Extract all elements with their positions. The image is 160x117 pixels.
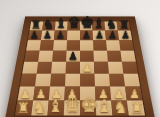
square-b7[interactable]: ♟ [41,31,55,41]
square-e4[interactable]: ♟ [80,62,94,74]
square-d1[interactable]: ♛ [64,101,80,116]
square-d4[interactable] [66,62,80,74]
square-c5[interactable] [52,51,66,62]
square-b6[interactable] [40,40,54,50]
piece-black-pawn[interactable]: ♟ [66,51,80,62]
square-c3[interactable] [50,74,66,87]
piece-white-pawn[interactable]: ♟ [80,63,94,74]
square-b4[interactable] [37,62,52,74]
chess-board: ♜♞♝♛♚♝♞♜♟♟♟♟♟♟♟♟♟♟♟♟♟♟♟♟♜♞♝♛♚♝♞♜ [3,17,157,117]
square-d5[interactable]: ♟ [66,51,80,62]
square-h5[interactable] [120,51,135,62]
piece-white-bishop[interactable]: ♝ [47,98,63,115]
square-d8[interactable]: ♛ [67,22,80,31]
piece-black-queen[interactable]: ♛ [67,15,80,30]
piece-black-pawn[interactable]: ♟ [54,30,67,40]
piece-black-pawn[interactable]: ♟ [80,30,93,40]
square-c4[interactable] [51,62,66,74]
square-h7[interactable]: ♟ [118,31,132,41]
piece-white-knight[interactable]: ♞ [113,99,129,115]
square-g3[interactable] [109,74,125,87]
square-b1[interactable]: ♞ [31,101,49,116]
piece-white-rook[interactable]: ♜ [15,101,31,116]
square-f3[interactable] [94,74,110,87]
square-f7[interactable]: ♟ [93,31,106,41]
piece-white-king[interactable]: ♚ [80,95,96,116]
piece-white-rook[interactable]: ♜ [129,101,145,116]
square-c7[interactable]: ♟ [54,31,67,41]
piece-black-pawn[interactable]: ♟ [93,30,106,40]
photo-backdrop: ♜♞♝♛♚♝♞♜♟♟♟♟♟♟♟♟♟♟♟♟♟♟♟♟♜♞♝♛♚♝♞♜ [0,0,160,117]
square-g5[interactable] [107,51,122,62]
square-c6[interactable] [53,40,67,50]
square-e1[interactable]: ♚ [80,101,96,116]
square-g7[interactable]: ♟ [105,31,119,41]
square-e3[interactable] [80,74,95,87]
square-h6[interactable] [119,40,134,50]
board-frame: ♜♞♝♛♚♝♞♜♟♟♟♟♟♟♟♟♟♟♟♟♟♟♟♟♜♞♝♛♚♝♞♜ [3,17,157,117]
square-g1[interactable]: ♞ [111,101,129,116]
square-b5[interactable] [38,51,53,62]
piece-black-pawn[interactable]: ♟ [28,30,41,40]
square-f1[interactable]: ♝ [96,101,113,116]
square-d7[interactable] [67,31,80,41]
square-g6[interactable] [106,40,120,50]
board-grid: ♜♞♝♛♚♝♞♜♟♟♟♟♟♟♟♟♟♟♟♟♟♟♟♟♜♞♝♛♚♝♞♜ [15,22,145,116]
square-e5[interactable] [80,51,94,62]
square-h3[interactable] [123,74,140,87]
square-h4[interactable] [122,62,138,74]
square-h1[interactable]: ♜ [127,101,145,116]
square-d3[interactable] [65,74,80,87]
piece-black-pawn[interactable]: ♟ [119,30,132,40]
square-f6[interactable] [93,40,107,50]
square-f5[interactable] [93,51,107,62]
piece-black-pawn[interactable]: ♟ [41,30,54,40]
square-f4[interactable] [94,62,109,74]
square-e6[interactable] [80,40,93,50]
piece-white-knight[interactable]: ♞ [31,99,47,115]
piece-white-bishop[interactable]: ♝ [96,98,112,115]
piece-black-pawn[interactable]: ♟ [106,30,119,40]
square-e7[interactable]: ♟ [80,31,93,41]
square-c1[interactable]: ♝ [47,101,64,116]
square-g4[interactable] [108,62,123,74]
piece-white-queen[interactable]: ♛ [64,96,80,116]
square-b3[interactable] [35,74,51,87]
